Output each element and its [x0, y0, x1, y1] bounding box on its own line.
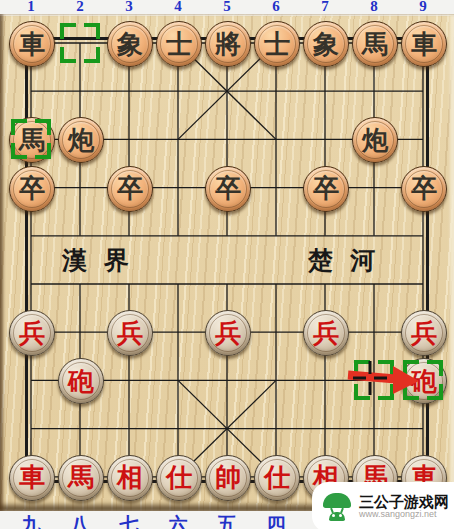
- piece-red-soldier[interactable]: 兵: [107, 310, 153, 356]
- piece-glyph: 卒: [117, 175, 143, 202]
- piece-black-general[interactable]: 將: [205, 21, 251, 67]
- file-label-bottom: 七: [120, 512, 139, 529]
- piece-red-chariot[interactable]: 車: [9, 455, 55, 501]
- piece-glyph: 車: [19, 464, 45, 491]
- piece-red-soldier[interactable]: 兵: [9, 310, 55, 356]
- piece-black-chariot[interactable]: 車: [9, 21, 55, 67]
- piece-glyph: 卒: [313, 175, 339, 202]
- piece-red-horse[interactable]: 馬: [58, 455, 104, 501]
- file-label-bottom: 五: [218, 512, 237, 529]
- piece-glyph: 兵: [19, 320, 45, 347]
- piece-glyph: 馬: [362, 31, 388, 58]
- piece-red-soldier[interactable]: 兵: [205, 310, 251, 356]
- piece-black-soldier[interactable]: 卒: [107, 166, 153, 212]
- file-label-bottom: 八: [71, 512, 90, 529]
- piece-glyph: 兵: [411, 320, 437, 347]
- xiangqi-game-screen: 漢界 楚河 123456789 九八七六五四三二一 車象士將士象馬車馬炮炮卒卒卒…: [0, 0, 454, 529]
- piece-glyph: 仕: [166, 464, 192, 491]
- file-label-bottom: 九: [22, 512, 41, 529]
- piece-glyph: 砲: [411, 368, 437, 395]
- watermark-site-url: www.sangongzi.net: [359, 510, 449, 520]
- file-label-top: 9: [419, 0, 427, 15]
- file-label-bottom: 六: [169, 512, 188, 529]
- piece-glyph: 士: [264, 31, 290, 58]
- piece-glyph: 卒: [215, 175, 241, 202]
- river-text-right: 楚河: [308, 244, 392, 277]
- piece-black-soldier[interactable]: 卒: [205, 166, 251, 212]
- file-label-top: 6: [272, 0, 280, 15]
- piece-glyph: 兵: [313, 320, 339, 347]
- file-label-top: 7: [321, 0, 329, 15]
- piece-glyph: 炮: [68, 127, 94, 154]
- river-text-left: 漢界: [62, 244, 146, 277]
- piece-red-general[interactable]: 帥: [205, 455, 251, 501]
- piece-glyph: 兵: [215, 320, 241, 347]
- piece-glyph: 帥: [215, 464, 241, 491]
- piece-glyph: 卒: [411, 175, 437, 202]
- piece-glyph: 馬: [68, 464, 94, 491]
- file-label-bottom: 四: [267, 512, 286, 529]
- piece-glyph: 兵: [117, 320, 143, 347]
- piece-glyph: 象: [313, 31, 339, 58]
- piece-glyph: 相: [117, 464, 143, 491]
- piece-glyph: 將: [215, 31, 241, 58]
- piece-glyph: 車: [19, 31, 45, 58]
- piece-black-chariot[interactable]: 車: [401, 21, 447, 67]
- watermark-site-name: 三公子游戏网: [359, 494, 449, 511]
- file-label-top: 4: [174, 0, 182, 15]
- piece-red-soldier[interactable]: 兵: [401, 310, 447, 356]
- piece-red-advisor[interactable]: 仕: [254, 455, 300, 501]
- piece-glyph: 馬: [19, 127, 45, 154]
- piece-red-soldier[interactable]: 兵: [303, 310, 349, 356]
- piece-red-elephant[interactable]: 相: [107, 455, 153, 501]
- piece-black-horse[interactable]: 馬: [352, 21, 398, 67]
- piece-red-advisor[interactable]: 仕: [156, 455, 202, 501]
- android-logo-icon: [320, 490, 354, 524]
- watermark-badge: 三公子游戏网 www.sangongzi.net: [312, 482, 454, 529]
- piece-glyph: 炮: [362, 127, 388, 154]
- file-label-top: 3: [125, 0, 133, 15]
- piece-glyph: 卒: [19, 175, 45, 202]
- piece-glyph: 象: [117, 31, 143, 58]
- piece-black-elephant[interactable]: 象: [107, 21, 153, 67]
- piece-glyph: 仕: [264, 464, 290, 491]
- piece-black-advisor[interactable]: 士: [156, 21, 202, 67]
- piece-glyph: 砲: [68, 368, 94, 395]
- file-label-top: 5: [223, 0, 231, 15]
- file-label-top: 1: [27, 0, 35, 15]
- file-label-top: 8: [370, 0, 378, 15]
- piece-black-soldier[interactable]: 卒: [401, 166, 447, 212]
- piece-black-soldier[interactable]: 卒: [303, 166, 349, 212]
- piece-glyph: 士: [166, 31, 192, 58]
- file-label-top: 2: [76, 0, 84, 15]
- piece-black-advisor[interactable]: 士: [254, 21, 300, 67]
- piece-black-soldier[interactable]: 卒: [9, 166, 55, 212]
- piece-glyph: 車: [411, 31, 437, 58]
- piece-black-elephant[interactable]: 象: [303, 21, 349, 67]
